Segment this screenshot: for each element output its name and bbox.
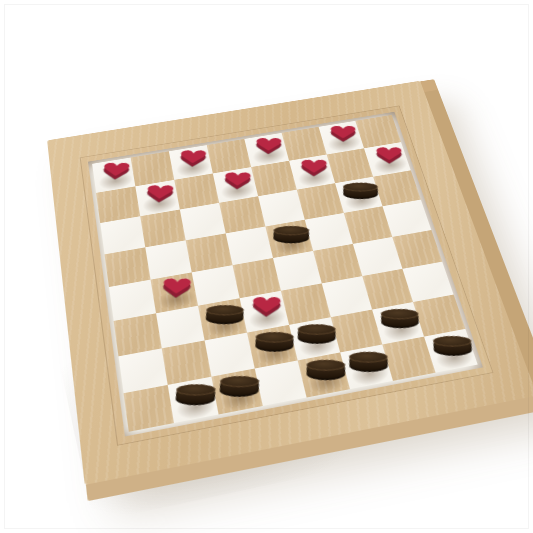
piece-brown-disc[interactable] [251,330,296,353]
square-r3c2[interactable] [186,233,233,272]
piece-brown-disc[interactable] [202,303,247,325]
heart-checker-icon: ♥♥ [293,159,333,177]
square-r6c6[interactable] [372,302,424,344]
square-r4c3[interactable] [233,258,281,298]
disc-checker-icon [306,358,345,380]
disc-side-face [349,357,388,372]
piece-red-heart[interactable]: ♥♥ [248,137,288,155]
disc-checker-icon [205,303,244,324]
disc-checker-icon [273,224,309,243]
wooden-tray: ♥♥♥♥♥♥♥♥♥♥♥♥♥♥♥♥♥♥♥♥ [47,81,533,485]
disc-top-face [349,352,387,362]
heart-top-face: ♥ [172,148,213,166]
square-r6c1[interactable] [162,340,212,384]
disc-checker-icon [432,334,471,355]
disc-side-face [380,314,418,328]
disc-side-face [255,337,293,351]
disc-top-face [219,376,258,387]
disc-side-face [297,329,335,343]
disc-top-face [343,182,378,190]
piece-red-heart[interactable]: ♥♥ [216,171,257,189]
piece-brown-disc[interactable] [429,334,475,357]
square-r5c6[interactable] [362,269,413,310]
checkerboard-grid: ♥♥♥♥♥♥♥♥♥♥♥♥♥♥♥♥♥♥♥♥ [92,115,478,432]
disc-side-face [306,365,345,380]
board-border-line: ♥♥♥♥♥♥♥♥♥♥♥♥♥♥♥♥♥♥♥♥ [88,112,483,437]
disc-side-face [433,341,472,355]
heart-checker-icon: ♥♥ [172,149,213,167]
piece-cast-shadow [218,384,261,414]
square-r6c2[interactable] [205,333,255,377]
square-r6c4[interactable] [289,317,340,360]
disc-top-face [273,226,309,235]
disc-top-face [255,332,293,342]
piece-brown-disc[interactable] [171,382,218,406]
piece-cast-shadow [246,305,287,332]
square-r4c2[interactable] [192,265,240,306]
square-r5c5[interactable] [322,276,372,317]
square-r7c1[interactable] [168,377,219,423]
piece-cast-shadow [204,312,245,339]
piece-cast-shadow [174,392,217,422]
piece-brown-disc[interactable] [377,307,421,329]
heart-checker-icon: ♥♥ [216,171,257,189]
tray-rim-margin: ♥♥♥♥♥♥♥♥♥♥♥♥♥♥♥♥♥♥♥♥ [80,105,494,445]
piece-red-heart[interactable]: ♥♥ [293,159,333,177]
piece-brown-disc[interactable] [345,350,390,373]
square-r7c3[interactable] [255,360,307,406]
disc-checker-icon [349,350,388,372]
heart-top-face: ♥ [154,276,199,297]
square-r6c0[interactable] [119,348,168,393]
piece-red-heart[interactable]: ♥♥ [138,184,180,203]
square-r5c3[interactable] [240,291,289,333]
disc-checker-icon [175,382,216,405]
piece-cast-shadow [432,343,476,371]
heart-checker-icon: ♥♥ [369,146,409,164]
heart-top-face: ♥ [94,161,136,179]
heart-checker-icon: ♥♥ [138,184,180,203]
product-photo-canvas: ♥♥♥♥♥♥♥♥♥♥♥♥♥♥♥♥♥♥♥♥ [0,0,533,533]
disc-top-face [206,305,244,315]
heart-top-face: ♥ [244,295,288,317]
piece-brown-disc[interactable] [340,181,381,200]
piece-cast-shadow [296,331,338,359]
piece-cast-shadow [254,339,296,367]
piece-brown-disc[interactable] [270,224,312,244]
square-r7c6[interactable] [382,337,435,381]
square-r5c4[interactable] [281,283,331,324]
piece-red-heart[interactable]: ♥♥ [244,296,288,318]
piece-red-heart[interactable]: ♥♥ [369,146,409,164]
disc-top-face [306,360,344,370]
piece-cast-shadow [380,316,423,343]
square-r7c2[interactable] [211,369,262,415]
heart-top-face: ♥ [293,158,333,176]
piece-cast-shadow [156,286,196,312]
square-r6c5[interactable] [331,310,383,353]
heart-top-face: ♥ [138,183,180,202]
piece-red-heart[interactable]: ♥♥ [323,125,362,142]
heart-checker-icon: ♥♥ [154,277,199,298]
square-r7c7[interactable] [424,329,478,373]
disc-side-face [175,390,215,405]
heart-top-face: ♥ [323,124,362,141]
piece-cast-shadow [305,367,348,396]
piece-brown-disc[interactable] [294,322,338,344]
square-r7c0[interactable] [124,385,174,432]
piece-red-heart[interactable]: ♥♥ [94,162,136,180]
square-r4c7[interactable] [392,230,442,269]
square-r4c0[interactable] [109,280,156,321]
piece-brown-disc[interactable] [215,374,262,398]
square-r7c5[interactable] [340,344,393,389]
piece-red-heart[interactable]: ♥♥ [154,277,199,298]
disc-checker-icon [343,181,378,199]
square-r5c1[interactable] [156,306,205,349]
square-r6c7[interactable] [413,295,465,337]
heart-top-face: ♥ [216,170,257,188]
disc-checker-icon [219,374,259,396]
disc-top-face [380,309,418,319]
piece-cast-shadow [348,359,392,388]
piece-red-heart[interactable]: ♥♥ [172,149,213,167]
board-scene: ♥♥♥♥♥♥♥♥♥♥♥♥♥♥♥♥♥♥♥♥ [0,0,533,533]
square-r3c0[interactable] [105,247,151,287]
heart-checker-icon: ♥♥ [323,125,362,142]
disc-top-face [297,324,335,334]
heart-checker-icon: ♥♥ [244,296,288,318]
square-r6c3[interactable] [247,325,298,369]
heart-side-face: ♥ [153,280,198,301]
disc-side-face [205,310,243,324]
disc-checker-icon [380,307,418,328]
heart-checker-icon: ♥♥ [248,137,288,155]
disc-checker-icon [297,322,335,343]
disc-checker-icon [255,330,294,351]
square-r5c7[interactable] [402,262,453,302]
heart-side-face: ♥ [244,298,288,320]
square-r5c0[interactable] [114,313,162,356]
heart-top-face: ♥ [369,145,409,163]
disc-top-face [175,384,215,395]
heart-top-face: ♥ [248,136,288,154]
piece-brown-disc[interactable] [303,358,348,381]
square-r7c4[interactable] [298,352,350,397]
disc-side-face [219,381,259,396]
square-r5c2[interactable] [198,298,247,340]
heart-checker-icon: ♥♥ [94,162,136,180]
disc-top-face [432,336,471,346]
